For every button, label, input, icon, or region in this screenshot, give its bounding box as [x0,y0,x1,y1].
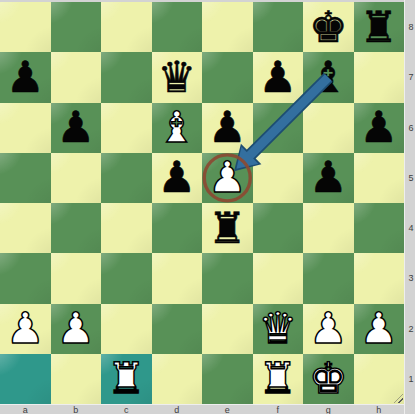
rank-label-1: 1 [409,374,414,383]
file-label-e: e [225,406,230,414]
piece-white-pawn-e5[interactable]: ♟ [208,156,247,199]
rank-label-4: 4 [409,224,414,233]
square-b4[interactable] [51,203,102,253]
file-labels: abcdefgh [0,404,404,414]
square-f5[interactable] [253,153,304,203]
square-a5[interactable] [0,153,51,203]
file-label-d: d [174,406,179,414]
file-label-c: c [124,406,129,414]
square-g3[interactable] [303,253,354,303]
piece-black-pawn-g5[interactable]: ♟ [309,156,348,199]
piece-black-queen-d7[interactable]: ♛ [157,56,196,99]
square-f3[interactable] [253,253,304,303]
piece-white-rook-f1[interactable]: ♜ [258,357,297,400]
file-label-a: a [23,406,28,414]
piece-black-rook-h8[interactable]: ♜ [359,6,398,49]
square-c3[interactable] [101,253,152,303]
piece-white-pawn-a2[interactable]: ♟ [6,307,45,350]
file-label-f: f [276,406,279,414]
square-h6[interactable]: ♟ [354,103,405,153]
piece-black-pawn-h6[interactable]: ♟ [359,106,398,149]
square-f8[interactable] [253,2,304,52]
square-a6[interactable] [0,103,51,153]
piece-white-pawn-h2[interactable]: ♟ [359,307,398,350]
square-d1[interactable] [152,354,203,404]
file-label-h: h [376,406,381,414]
rank-label-8: 8 [409,23,414,32]
square-h3[interactable] [354,253,405,303]
rank-label-5: 5 [409,173,414,182]
square-e2[interactable] [202,304,253,354]
square-f2[interactable]: ♛ [253,304,304,354]
piece-white-pawn-b2[interactable]: ♟ [56,307,95,350]
piece-white-king-g1[interactable]: ♚ [309,357,348,400]
square-f1[interactable]: ♜ [253,354,304,404]
square-g6[interactable] [303,103,354,153]
square-a2[interactable]: ♟ [0,304,51,354]
piece-white-queen-f2[interactable]: ♛ [258,307,297,350]
square-b3[interactable] [51,253,102,303]
square-h2[interactable]: ♟ [354,304,405,354]
square-b2[interactable]: ♟ [51,304,102,354]
square-d3[interactable] [152,253,203,303]
square-d6[interactable]: ♝ [152,103,203,153]
piece-black-pawn-b6[interactable]: ♟ [56,106,95,149]
square-d5[interactable]: ♟ [152,153,203,203]
square-h8[interactable]: ♜ [354,2,405,52]
square-f7[interactable]: ♟ [253,52,304,102]
square-b7[interactable] [51,52,102,102]
rank-label-2: 2 [409,324,414,333]
board-area: ♚♜♟♛♟♝♟♝♟♟♟♟♟♜♟♟♛♟♟♜♜♚ 87654321 abcdefgh [0,0,415,414]
square-d7[interactable]: ♛ [152,52,203,102]
piece-black-pawn-e6[interactable]: ♟ [208,106,247,149]
rank-labels: 87654321 [404,0,415,414]
rank-label-6: 6 [409,123,414,132]
rank-label-3: 3 [409,274,414,283]
square-c6[interactable] [101,103,152,153]
square-c4[interactable] [101,203,152,253]
square-c7[interactable] [101,52,152,102]
piece-white-pawn-g2[interactable]: ♟ [309,307,348,350]
square-e3[interactable] [202,253,253,303]
square-e8[interactable] [202,2,253,52]
square-g2[interactable]: ♟ [303,304,354,354]
square-f6[interactable] [253,103,304,153]
file-label-g: g [326,406,331,414]
square-e1[interactable] [202,354,253,404]
square-e4[interactable]: ♜ [202,203,253,253]
square-a1[interactable] [0,354,51,404]
square-h4[interactable] [354,203,405,253]
piece-black-bishop-g7[interactable]: ♝ [309,56,348,99]
file-label-b: b [73,406,78,414]
square-f4[interactable] [253,203,304,253]
square-d8[interactable] [152,2,203,52]
piece-black-king-g8[interactable]: ♚ [309,6,348,49]
square-g4[interactable] [303,203,354,253]
square-a8[interactable] [0,2,51,52]
square-b1[interactable] [51,354,102,404]
square-g1[interactable]: ♚ [303,354,354,404]
square-c1[interactable]: ♜ [101,354,152,404]
square-g8[interactable]: ♚ [303,2,354,52]
square-e7[interactable] [202,52,253,102]
square-d2[interactable] [152,304,203,354]
piece-white-bishop-d6[interactable]: ♝ [157,106,196,149]
chess-board: ♚♜♟♛♟♝♟♝♟♟♟♟♟♜♟♟♛♟♟♜♜♚ [0,2,404,404]
square-h5[interactable] [354,153,405,203]
square-a7[interactable]: ♟ [0,52,51,102]
piece-black-rook-e4[interactable]: ♜ [208,207,247,250]
square-h7[interactable] [354,52,405,102]
square-a4[interactable] [0,203,51,253]
piece-black-pawn-d5[interactable]: ♟ [157,156,196,199]
square-e5[interactable]: ♟ [202,153,253,203]
square-g5[interactable]: ♟ [303,153,354,203]
square-c2[interactable] [101,304,152,354]
square-b8[interactable] [51,2,102,52]
rank-label-7: 7 [409,73,414,82]
piece-white-rook-c1[interactable]: ♜ [107,357,146,400]
piece-black-pawn-a7[interactable]: ♟ [6,56,45,99]
square-c8[interactable] [101,2,152,52]
square-b6[interactable]: ♟ [51,103,102,153]
square-a3[interactable] [0,253,51,303]
square-e6[interactable]: ♟ [202,103,253,153]
square-g7[interactable]: ♝ [303,52,354,102]
piece-black-pawn-f7[interactable]: ♟ [258,56,297,99]
square-b5[interactable] [51,153,102,203]
square-h1[interactable] [354,354,405,404]
square-d4[interactable] [152,203,203,253]
square-c5[interactable] [101,153,152,203]
